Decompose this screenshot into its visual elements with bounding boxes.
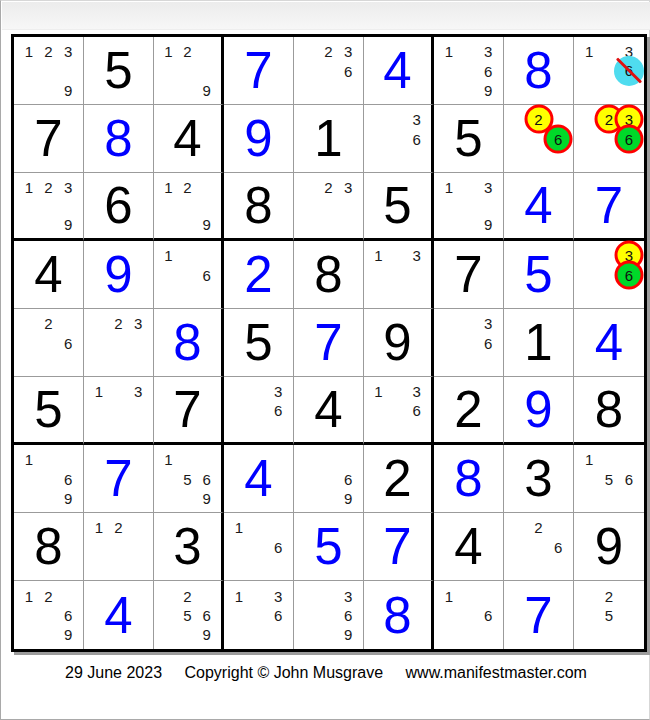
cell-r1c5[interactable]: 236 bbox=[294, 37, 364, 105]
given-digit: 1 bbox=[504, 309, 573, 376]
cell-r7c2[interactable]: 7 bbox=[84, 445, 154, 513]
cell-r1c6[interactable]: 4 bbox=[364, 37, 434, 105]
solved-digit: 4 bbox=[84, 581, 153, 649]
candidate-2: 2 bbox=[324, 44, 332, 59]
candidate-6: 6 bbox=[344, 471, 352, 486]
cell-r3c7[interactable]: 139 bbox=[434, 173, 504, 241]
candidate-1: 1 bbox=[445, 179, 453, 194]
cell-r8c4[interactable]: 16 bbox=[224, 513, 294, 581]
candidate-1: 1 bbox=[445, 588, 453, 603]
cell-r7c4[interactable]: 4 bbox=[224, 445, 294, 513]
given-digit: 4 bbox=[294, 377, 363, 442]
candidate-2: 2 bbox=[114, 520, 122, 535]
cell-r6c3[interactable]: 7 bbox=[154, 377, 224, 445]
cell-r8c1[interactable]: 8 bbox=[14, 513, 84, 581]
cell-r2c7[interactable]: 5 bbox=[434, 105, 504, 173]
cell-r5c6[interactable]: 9 bbox=[364, 309, 434, 377]
given-digit: 8 bbox=[294, 241, 363, 308]
candidate-3: 3 bbox=[412, 383, 420, 398]
candidate-3: 3 bbox=[412, 112, 420, 127]
cell-r1c8[interactable]: 8 bbox=[504, 37, 574, 105]
candidate-6: 6 bbox=[412, 131, 420, 146]
cell-r5c7[interactable]: 36 bbox=[434, 309, 504, 377]
candidate-6: 6 bbox=[64, 471, 72, 486]
cell-r4c3[interactable]: 16 bbox=[154, 241, 224, 309]
cell-r3c6[interactable]: 5 bbox=[364, 173, 434, 241]
highlight-circle-green: 6 bbox=[614, 260, 643, 289]
candidate-2: 2 bbox=[44, 44, 52, 59]
candidate-3: 3 bbox=[274, 588, 282, 603]
cell-r4c6[interactable]: 13 bbox=[364, 241, 434, 309]
cell-r2c3[interactable]: 4 bbox=[154, 105, 224, 173]
candidate-1: 1 bbox=[585, 44, 593, 59]
cell-r3c9[interactable]: 7 bbox=[574, 173, 644, 241]
cell-r4c9[interactable]: 3366 bbox=[574, 241, 644, 309]
cell-r4c1[interactable]: 4 bbox=[14, 241, 84, 309]
given-digit: 7 bbox=[14, 105, 83, 172]
given-digit: 2 bbox=[434, 377, 503, 442]
cell-r7c8[interactable]: 3 bbox=[504, 445, 574, 513]
candidate-1: 1 bbox=[95, 383, 103, 398]
cell-r1c4[interactable]: 7 bbox=[224, 37, 294, 105]
candidate-9: 9 bbox=[64, 217, 72, 232]
candidate-5: 5 bbox=[605, 608, 613, 623]
cell-r9c5[interactable]: 369 bbox=[294, 581, 364, 649]
candidate-3: 3 bbox=[484, 44, 492, 59]
given-digit: 3 bbox=[154, 513, 221, 580]
candidate-6: 6 bbox=[344, 63, 352, 78]
solved-digit: 7 bbox=[84, 445, 153, 512]
solved-digit: 2 bbox=[224, 241, 293, 308]
candidate-6: 6 bbox=[64, 335, 72, 350]
solved-digit: 8 bbox=[504, 37, 573, 104]
candidate-3: 3 bbox=[134, 383, 142, 398]
candidate-2: 2 bbox=[605, 112, 613, 127]
candidate-1: 1 bbox=[164, 248, 172, 263]
candidate-1: 1 bbox=[25, 452, 33, 467]
cell-r5c8[interactable]: 1 bbox=[504, 309, 574, 377]
given-digit: 8 bbox=[14, 513, 83, 580]
footer: 29 June 2023 Copyright © John Musgrave w… bbox=[1, 664, 650, 682]
candidate-3: 3 bbox=[64, 179, 72, 194]
candidate-9: 9 bbox=[202, 490, 210, 505]
candidate-9: 9 bbox=[202, 82, 210, 97]
solved-digit: 7 bbox=[574, 173, 644, 238]
candidate-9: 9 bbox=[202, 217, 210, 232]
elimination-strike bbox=[616, 57, 642, 83]
solved-digit: 4 bbox=[574, 309, 644, 376]
cell-r8c3[interactable]: 3 bbox=[154, 513, 224, 581]
cell-r9c6[interactable]: 8 bbox=[364, 581, 434, 649]
footer-date: 29 June 2023 bbox=[65, 664, 162, 681]
cell-r8c9[interactable]: 9 bbox=[574, 513, 644, 581]
given-digit: 4 bbox=[154, 105, 221, 172]
window-top-band bbox=[2, 2, 650, 30]
candidate-6: 6 bbox=[202, 267, 210, 282]
candidate-3: 3 bbox=[412, 248, 420, 263]
cell-r6c5[interactable]: 4 bbox=[294, 377, 364, 445]
cell-r2c2[interactable]: 8 bbox=[84, 105, 154, 173]
cell-r9c4[interactable]: 136 bbox=[224, 581, 294, 649]
cell-r3c8[interactable]: 4 bbox=[504, 173, 574, 241]
cell-r4c7[interactable]: 7 bbox=[434, 241, 504, 309]
cell-r8c2[interactable]: 12 bbox=[84, 513, 154, 581]
cell-r6c8[interactable]: 9 bbox=[504, 377, 574, 445]
candidate-3: 3 bbox=[344, 44, 352, 59]
cell-r4c8[interactable]: 5 bbox=[504, 241, 574, 309]
cell-r1c1[interactable]: 1239 bbox=[14, 37, 84, 105]
window-frame: 1239512972364136981366784913652266223366… bbox=[0, 0, 650, 720]
candidate-2: 2 bbox=[183, 179, 191, 194]
candidate-1: 1 bbox=[235, 520, 243, 535]
cell-r5c3[interactable]: 8 bbox=[154, 309, 224, 377]
candidate-9: 9 bbox=[202, 627, 210, 642]
solved-digit: 9 bbox=[84, 241, 153, 308]
cell-r4c5[interactable]: 8 bbox=[294, 241, 364, 309]
cell-r9c1[interactable]: 1269 bbox=[14, 581, 84, 649]
candidate-6: 6 bbox=[484, 608, 492, 623]
candidate-6: 6 bbox=[412, 402, 420, 417]
cell-r9c3[interactable]: 2569 bbox=[154, 581, 224, 649]
given-digit: 5 bbox=[84, 37, 153, 104]
given-digit: 9 bbox=[574, 513, 644, 580]
candidate-1: 1 bbox=[235, 588, 243, 603]
candidate-3: 3 bbox=[64, 44, 72, 59]
candidate-1: 1 bbox=[374, 383, 382, 398]
given-digit: 6 bbox=[84, 173, 153, 238]
cell-r9c2[interactable]: 4 bbox=[84, 581, 154, 649]
candidate-3: 3 bbox=[344, 588, 352, 603]
candidate-9: 9 bbox=[344, 627, 352, 642]
candidate-1: 1 bbox=[25, 588, 33, 603]
candidate-1: 1 bbox=[164, 179, 172, 194]
cell-r1c7[interactable]: 1369 bbox=[434, 37, 504, 105]
candidate-1: 1 bbox=[164, 452, 172, 467]
elimination-circle-cyan: 6 bbox=[614, 56, 644, 86]
cell-r6c6[interactable]: 136 bbox=[364, 377, 434, 445]
given-digit: 5 bbox=[434, 105, 503, 172]
cell-r2c4[interactable]: 9 bbox=[224, 105, 294, 173]
sudoku-board: 1239512972364136981366784913652266223366… bbox=[11, 34, 647, 652]
candidate-6: 6 bbox=[274, 402, 282, 417]
cell-r9c9[interactable]: 25 bbox=[574, 581, 644, 649]
candidate-2: 2 bbox=[605, 588, 613, 603]
cell-r8c5[interactable]: 5 bbox=[294, 513, 364, 581]
cell-r8c6[interactable]: 7 bbox=[364, 513, 434, 581]
candidate-6: 6 bbox=[554, 131, 562, 146]
candidate-2: 2 bbox=[183, 588, 191, 603]
cell-r5c1[interactable]: 26 bbox=[14, 309, 84, 377]
cell-r2c6[interactable]: 36 bbox=[364, 105, 434, 173]
candidate-3: 3 bbox=[344, 179, 352, 194]
candidate-3: 3 bbox=[134, 316, 142, 331]
solved-digit: 5 bbox=[294, 513, 363, 580]
cell-r1c9[interactable]: 1366 bbox=[574, 37, 644, 105]
candidate-6: 6 bbox=[625, 131, 633, 146]
candidate-9: 9 bbox=[344, 490, 352, 505]
candidate-6: 6 bbox=[484, 335, 492, 350]
solved-digit: 4 bbox=[364, 37, 431, 104]
cell-r7c7[interactable]: 8 bbox=[434, 445, 504, 513]
given-digit: 7 bbox=[154, 377, 221, 442]
highlight-circle-green: 6 bbox=[614, 124, 643, 153]
candidate-6: 6 bbox=[202, 608, 210, 623]
candidate-2: 2 bbox=[114, 316, 122, 331]
solved-digit: 5 bbox=[504, 241, 573, 308]
cell-r6c1[interactable]: 5 bbox=[14, 377, 84, 445]
given-digit: 9 bbox=[364, 309, 431, 376]
cell-r7c5[interactable]: 69 bbox=[294, 445, 364, 513]
candidate-5: 5 bbox=[605, 471, 613, 486]
candidate-6: 6 bbox=[625, 471, 633, 486]
cell-r4c4[interactable]: 2 bbox=[224, 241, 294, 309]
given-digit: 4 bbox=[14, 241, 83, 308]
cell-r5c2[interactable]: 23 bbox=[84, 309, 154, 377]
solved-digit: 9 bbox=[224, 105, 293, 172]
cell-r2c8[interactable]: 2266 bbox=[504, 105, 574, 173]
given-digit: 3 bbox=[504, 445, 573, 512]
candidate-3: 3 bbox=[484, 316, 492, 331]
cell-r9c7[interactable]: 16 bbox=[434, 581, 504, 649]
candidate-2: 2 bbox=[44, 316, 52, 331]
solved-digit: 7 bbox=[504, 581, 573, 649]
cell-r5c4[interactable]: 5 bbox=[224, 309, 294, 377]
cell-r1c2[interactable]: 5 bbox=[84, 37, 154, 105]
cell-r4c2[interactable]: 9 bbox=[84, 241, 154, 309]
solved-digit: 4 bbox=[504, 173, 573, 238]
solved-digit: 4 bbox=[224, 445, 293, 512]
candidate-2: 2 bbox=[534, 112, 542, 127]
given-digit: 7 bbox=[434, 241, 503, 308]
cell-r2c5[interactable]: 1 bbox=[294, 105, 364, 173]
candidate-2: 2 bbox=[44, 179, 52, 194]
candidate-2: 2 bbox=[183, 44, 191, 59]
candidate-1: 1 bbox=[164, 44, 172, 59]
candidate-9: 9 bbox=[64, 627, 72, 642]
candidate-2: 2 bbox=[534, 520, 542, 535]
cell-r6c4[interactable]: 36 bbox=[224, 377, 294, 445]
candidate-2: 2 bbox=[44, 588, 52, 603]
solved-digit: 8 bbox=[434, 445, 503, 512]
candidate-9: 9 bbox=[484, 82, 492, 97]
candidate-2: 2 bbox=[324, 179, 332, 194]
solved-digit: 8 bbox=[154, 309, 221, 376]
cell-r3c5[interactable]: 23 bbox=[294, 173, 364, 241]
cell-r1c3[interactable]: 129 bbox=[154, 37, 224, 105]
solved-digit: 8 bbox=[364, 581, 431, 649]
candidate-3: 3 bbox=[484, 179, 492, 194]
given-digit: 5 bbox=[364, 173, 431, 238]
footer-website: www.manifestmaster.com bbox=[406, 664, 587, 681]
cell-r3c4[interactable]: 8 bbox=[224, 173, 294, 241]
solved-digit: 7 bbox=[224, 37, 293, 104]
candidate-1: 1 bbox=[25, 179, 33, 194]
given-digit: 8 bbox=[224, 173, 293, 238]
cell-r7c6[interactable]: 2 bbox=[364, 445, 434, 513]
candidate-6: 6 bbox=[274, 539, 282, 554]
cell-r3c1[interactable]: 1239 bbox=[14, 173, 84, 241]
candidate-1: 1 bbox=[374, 248, 382, 263]
cell-r6c7[interactable]: 2 bbox=[434, 377, 504, 445]
solved-digit: 9 bbox=[504, 377, 573, 442]
cell-r3c2[interactable]: 6 bbox=[84, 173, 154, 241]
given-digit: 1 bbox=[294, 105, 363, 172]
cell-r7c3[interactable]: 1569 bbox=[154, 445, 224, 513]
candidate-6: 6 bbox=[554, 539, 562, 554]
solved-digit: 8 bbox=[84, 105, 153, 172]
given-digit: 8 bbox=[574, 377, 644, 442]
cell-r9c8[interactable]: 7 bbox=[504, 581, 574, 649]
cell-r2c1[interactable]: 7 bbox=[14, 105, 84, 173]
candidate-6: 6 bbox=[344, 608, 352, 623]
candidate-5: 5 bbox=[183, 608, 191, 623]
candidate-3: 3 bbox=[274, 383, 282, 398]
cell-r2c9[interactable]: 223366 bbox=[574, 105, 644, 173]
candidate-1: 1 bbox=[25, 44, 33, 59]
candidate-9: 9 bbox=[64, 82, 72, 97]
candidate-5: 5 bbox=[183, 471, 191, 486]
cell-r8c7[interactable]: 4 bbox=[434, 513, 504, 581]
given-digit: 5 bbox=[224, 309, 293, 376]
given-digit: 4 bbox=[434, 513, 503, 580]
cell-r5c9[interactable]: 4 bbox=[574, 309, 644, 377]
cell-r8c8[interactable]: 26 bbox=[504, 513, 574, 581]
candidate-6: 6 bbox=[274, 608, 282, 623]
candidate-1: 1 bbox=[585, 452, 593, 467]
given-digit: 2 bbox=[364, 445, 431, 512]
candidate-6: 6 bbox=[484, 63, 492, 78]
cell-r7c1[interactable]: 169 bbox=[14, 445, 84, 513]
solved-digit: 7 bbox=[294, 309, 363, 376]
candidate-1: 1 bbox=[95, 520, 103, 535]
footer-copyright: Copyright © John Musgrave bbox=[185, 664, 384, 681]
given-digit: 5 bbox=[14, 377, 83, 442]
cell-r6c9[interactable]: 8 bbox=[574, 377, 644, 445]
candidate-9: 9 bbox=[64, 490, 72, 505]
solved-digit: 7 bbox=[364, 513, 431, 580]
candidate-6: 6 bbox=[64, 608, 72, 623]
candidate-6: 6 bbox=[625, 267, 633, 282]
cell-r3c3[interactable]: 129 bbox=[154, 173, 224, 241]
cell-r5c5[interactable]: 7 bbox=[294, 309, 364, 377]
cell-r6c2[interactable]: 13 bbox=[84, 377, 154, 445]
cell-r7c9[interactable]: 156 bbox=[574, 445, 644, 513]
candidate-1: 1 bbox=[445, 44, 453, 59]
candidate-9: 9 bbox=[484, 217, 492, 232]
candidate-6: 6 bbox=[202, 471, 210, 486]
highlight-circle-green: 6 bbox=[544, 124, 573, 153]
